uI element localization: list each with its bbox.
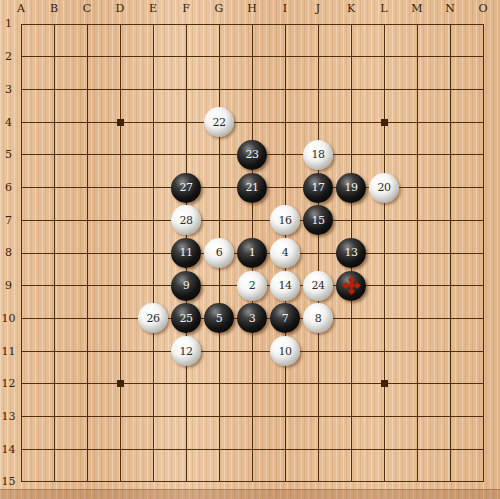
intersection-L6[interactable]: 20 <box>368 171 401 204</box>
intersection-E5[interactable] <box>137 138 170 171</box>
intersection-O9[interactable] <box>467 269 500 302</box>
intersection-B3[interactable] <box>38 73 71 106</box>
intersection-M6[interactable] <box>401 171 434 204</box>
intersection-A7[interactable] <box>5 204 38 237</box>
intersection-K4[interactable] <box>335 106 368 139</box>
intersection-L3[interactable] <box>368 73 401 106</box>
stone-white-26[interactable]: 26 <box>138 303 168 333</box>
intersection-N9[interactable] <box>434 269 467 302</box>
intersection-A1[interactable] <box>5 8 38 41</box>
intersection-O3[interactable] <box>467 73 500 106</box>
intersection-N13[interactable] <box>434 400 467 433</box>
intersection-H11[interactable] <box>236 335 269 368</box>
intersection-H13[interactable] <box>236 400 269 433</box>
move-number: 14 <box>279 280 292 291</box>
stone-black-7[interactable]: 7 <box>270 303 300 333</box>
intersection-E7[interactable] <box>137 204 170 237</box>
intersection-K8[interactable]: 13 <box>335 237 368 270</box>
intersection-G8[interactable]: 6 <box>203 237 236 270</box>
intersection-H2[interactable] <box>236 40 269 73</box>
intersection-I6[interactable] <box>269 171 302 204</box>
intersection-D3[interactable] <box>104 73 137 106</box>
intersection-E11[interactable] <box>137 335 170 368</box>
intersection-J8[interactable] <box>302 237 335 270</box>
move-number: 20 <box>378 182 391 193</box>
intersection-C13[interactable] <box>71 400 104 433</box>
move-number: 19 <box>345 182 358 193</box>
intersection-H6[interactable]: 21 <box>236 171 269 204</box>
intersection-M10[interactable] <box>401 302 434 335</box>
intersection-G1[interactable] <box>203 8 236 41</box>
intersection-F4[interactable] <box>170 106 203 139</box>
intersection-L5[interactable] <box>368 138 401 171</box>
intersection-D7[interactable] <box>104 204 137 237</box>
intersection-E2[interactable] <box>137 40 170 73</box>
intersection-B1[interactable] <box>38 8 71 41</box>
intersection-A9[interactable] <box>5 269 38 302</box>
stone-white-24[interactable]: 24 <box>303 271 333 301</box>
intersection-D8[interactable] <box>104 237 137 270</box>
star-point-L12 <box>381 380 388 387</box>
star-point-D4 <box>117 119 124 126</box>
intersection-L8[interactable] <box>368 237 401 270</box>
intersection-E4[interactable] <box>137 106 170 139</box>
intersection-I12[interactable] <box>269 367 302 400</box>
intersection-H7[interactable] <box>236 204 269 237</box>
intersection-F2[interactable] <box>170 40 203 73</box>
intersection-A14[interactable] <box>5 433 38 466</box>
intersection-J13[interactable] <box>302 400 335 433</box>
stone-white-18[interactable]: 18 <box>303 140 333 170</box>
intersection-O5[interactable] <box>467 138 500 171</box>
intersection-I4[interactable] <box>269 106 302 139</box>
intersection-E13[interactable] <box>137 400 170 433</box>
intersection-E10[interactable]: 26 <box>137 302 170 335</box>
intersection-A6[interactable] <box>5 171 38 204</box>
intersection-M3[interactable] <box>401 73 434 106</box>
intersection-D14[interactable] <box>104 433 137 466</box>
intersection-I10[interactable]: 7 <box>269 302 302 335</box>
intersection-O10[interactable] <box>467 302 500 335</box>
intersection-I2[interactable] <box>269 40 302 73</box>
intersection-I14[interactable] <box>269 433 302 466</box>
intersection-H14[interactable] <box>236 433 269 466</box>
stone-white-12[interactable]: 12 <box>171 336 201 366</box>
intersection-M5[interactable] <box>401 138 434 171</box>
intersection-E3[interactable] <box>137 73 170 106</box>
intersection-H8[interactable]: 1 <box>236 237 269 270</box>
intersection-F10[interactable]: 25 <box>170 302 203 335</box>
intersection-N3[interactable] <box>434 73 467 106</box>
move-number: 18 <box>312 149 325 160</box>
move-number: 13 <box>345 247 358 258</box>
intersection-F7[interactable]: 28 <box>170 204 203 237</box>
intersection-F1[interactable] <box>170 8 203 41</box>
intersection-M13[interactable] <box>401 400 434 433</box>
intersection-A11[interactable] <box>5 335 38 368</box>
intersection-E8[interactable] <box>137 237 170 270</box>
intersection-L14[interactable] <box>368 433 401 466</box>
intersection-B5[interactable] <box>38 138 71 171</box>
intersection-G13[interactable] <box>203 400 236 433</box>
intersection-F13[interactable] <box>170 400 203 433</box>
intersection-J9[interactable]: 24 <box>302 269 335 302</box>
intersection-M14[interactable] <box>401 433 434 466</box>
stone-black-11[interactable]: 11 <box>171 238 201 268</box>
intersection-G14[interactable] <box>203 433 236 466</box>
stone-black-1[interactable]: 1 <box>237 238 267 268</box>
stone-white-2[interactable]: 2 <box>237 271 267 301</box>
stone-black-13[interactable]: 13 <box>336 238 366 268</box>
intersection-D6[interactable] <box>104 171 137 204</box>
intersection-M2[interactable] <box>401 40 434 73</box>
intersection-E14[interactable] <box>137 433 170 466</box>
intersection-L10[interactable] <box>368 302 401 335</box>
intersection-G4[interactable]: 22 <box>203 106 236 139</box>
move-number: 8 <box>315 313 322 324</box>
intersection-D11[interactable] <box>104 335 137 368</box>
intersection-K1[interactable] <box>335 8 368 41</box>
intersection-N14[interactable] <box>434 433 467 466</box>
intersection-C14[interactable] <box>71 433 104 466</box>
intersection-O11[interactable] <box>467 335 500 368</box>
intersection-A4[interactable] <box>5 106 38 139</box>
move-number: 25 <box>180 313 193 324</box>
intersection-G5[interactable] <box>203 138 236 171</box>
intersection-L1[interactable] <box>368 8 401 41</box>
intersection-F12[interactable] <box>170 367 203 400</box>
intersection-O8[interactable] <box>467 237 500 270</box>
stone-white-8[interactable]: 8 <box>303 303 333 333</box>
intersection-K14[interactable] <box>335 433 368 466</box>
intersection-N6[interactable] <box>434 171 467 204</box>
board-bottom-edge <box>0 489 500 499</box>
move-number: 16 <box>279 215 292 226</box>
latest-move-marker <box>347 282 354 289</box>
move-number: 17 <box>312 182 325 193</box>
intersection-A2[interactable] <box>5 40 38 73</box>
intersection-K2[interactable] <box>335 40 368 73</box>
intersection-F8[interactable]: 11 <box>170 237 203 270</box>
move-number: 4 <box>282 247 289 258</box>
move-number: 24 <box>312 280 325 291</box>
intersection-D9[interactable] <box>104 269 137 302</box>
intersection-F6[interactable]: 27 <box>170 171 203 204</box>
intersection-E12[interactable] <box>137 367 170 400</box>
intersection-I9[interactable]: 14 <box>269 269 302 302</box>
intersection-L9[interactable] <box>368 269 401 302</box>
move-number: 5 <box>216 313 223 324</box>
intersection-G7[interactable] <box>203 204 236 237</box>
stone-black-21[interactable]: 21 <box>237 173 267 203</box>
intersection-I7[interactable]: 16 <box>269 204 302 237</box>
intersection-D1[interactable] <box>104 8 137 41</box>
intersection-I3[interactable] <box>269 73 302 106</box>
intersection-M12[interactable] <box>401 367 434 400</box>
move-number: 9 <box>183 280 190 291</box>
intersection-I5[interactable] <box>269 138 302 171</box>
intersection-K3[interactable] <box>335 73 368 106</box>
intersection-H5[interactable]: 23 <box>236 138 269 171</box>
intersection-N2[interactable] <box>434 40 467 73</box>
intersection-C7[interactable] <box>71 204 104 237</box>
intersection-B12[interactable] <box>38 367 71 400</box>
stone-black-27[interactable]: 27 <box>171 173 201 203</box>
intersection-H9[interactable]: 2 <box>236 269 269 302</box>
stone-white-28[interactable]: 28 <box>171 205 201 235</box>
intersection-L11[interactable] <box>368 335 401 368</box>
intersection-G11[interactable] <box>203 335 236 368</box>
move-number: 23 <box>246 149 259 160</box>
intersection-B13[interactable] <box>38 400 71 433</box>
intersection-M4[interactable] <box>401 106 434 139</box>
intersection-E6[interactable] <box>137 171 170 204</box>
intersection-K13[interactable] <box>335 400 368 433</box>
board-grid: 2223182721171920281615116141392142426255… <box>5 8 500 499</box>
move-number: 7 <box>282 313 289 324</box>
intersection-K5[interactable] <box>335 138 368 171</box>
intersection-N8[interactable] <box>434 237 467 270</box>
stone-black-17[interactable]: 17 <box>303 173 333 203</box>
intersection-A5[interactable] <box>5 138 38 171</box>
intersection-H3[interactable] <box>236 73 269 106</box>
intersection-A10[interactable] <box>5 302 38 335</box>
intersection-D12[interactable] <box>104 367 137 400</box>
stone-black-9[interactable]: 9 <box>171 271 201 301</box>
intersection-L12[interactable] <box>368 367 401 400</box>
move-number: 6 <box>216 247 223 258</box>
intersection-G10[interactable]: 5 <box>203 302 236 335</box>
intersection-C6[interactable] <box>71 171 104 204</box>
intersection-I1[interactable] <box>269 8 302 41</box>
intersection-G12[interactable] <box>203 367 236 400</box>
intersection-D10[interactable] <box>104 302 137 335</box>
move-number: 2 <box>249 280 256 291</box>
move-number: 3 <box>249 313 256 324</box>
intersection-C12[interactable] <box>71 367 104 400</box>
stone-white-20[interactable]: 20 <box>369 173 399 203</box>
move-number: 28 <box>180 215 193 226</box>
intersection-J11[interactable] <box>302 335 335 368</box>
intersection-J4[interactable] <box>302 106 335 139</box>
intersection-D2[interactable] <box>104 40 137 73</box>
intersection-D5[interactable] <box>104 138 137 171</box>
move-number: 26 <box>147 313 160 324</box>
intersection-K12[interactable] <box>335 367 368 400</box>
move-number: 27 <box>180 182 193 193</box>
move-number: 22 <box>213 117 226 128</box>
intersection-B14[interactable] <box>38 433 71 466</box>
intersection-D4[interactable] <box>104 106 137 139</box>
intersection-M7[interactable] <box>401 204 434 237</box>
intersection-G6[interactable] <box>203 171 236 204</box>
intersection-L4[interactable] <box>368 106 401 139</box>
stone-black-15[interactable]: 15 <box>303 205 333 235</box>
stone-black-marked[interactable] <box>336 271 366 301</box>
stone-white-16[interactable]: 16 <box>270 205 300 235</box>
intersection-J14[interactable] <box>302 433 335 466</box>
intersection-C8[interactable] <box>71 237 104 270</box>
intersection-D13[interactable] <box>104 400 137 433</box>
intersection-F3[interactable] <box>170 73 203 106</box>
intersection-N10[interactable] <box>434 302 467 335</box>
intersection-B4[interactable] <box>38 106 71 139</box>
star-point-D12 <box>117 380 124 387</box>
intersection-F11[interactable]: 12 <box>170 335 203 368</box>
intersection-J3[interactable] <box>302 73 335 106</box>
intersection-B6[interactable] <box>38 171 71 204</box>
intersection-B8[interactable] <box>38 237 71 270</box>
intersection-C10[interactable] <box>71 302 104 335</box>
intersection-G2[interactable] <box>203 40 236 73</box>
intersection-J12[interactable] <box>302 367 335 400</box>
intersection-C2[interactable] <box>71 40 104 73</box>
intersection-B11[interactable] <box>38 335 71 368</box>
intersection-A3[interactable] <box>5 73 38 106</box>
intersection-C4[interactable] <box>71 106 104 139</box>
intersection-N11[interactable] <box>434 335 467 368</box>
intersection-J6[interactable]: 17 <box>302 171 335 204</box>
intersection-I8[interactable]: 4 <box>269 237 302 270</box>
stone-white-4[interactable]: 4 <box>270 238 300 268</box>
intersection-G9[interactable] <box>203 269 236 302</box>
stone-white-14[interactable]: 14 <box>270 271 300 301</box>
intersection-H12[interactable] <box>236 367 269 400</box>
intersection-J10[interactable]: 8 <box>302 302 335 335</box>
intersection-N12[interactable] <box>434 367 467 400</box>
intersection-A8[interactable] <box>5 237 38 270</box>
stone-black-5[interactable]: 5 <box>204 303 234 333</box>
stone-white-10[interactable]: 10 <box>270 336 300 366</box>
intersection-O12[interactable] <box>467 367 500 400</box>
intersection-E1[interactable] <box>137 8 170 41</box>
move-number: 15 <box>312 215 325 226</box>
intersection-L2[interactable] <box>368 40 401 73</box>
intersection-L7[interactable] <box>368 204 401 237</box>
intersection-F9[interactable]: 9 <box>170 269 203 302</box>
move-number: 11 <box>180 247 193 258</box>
intersection-O4[interactable] <box>467 106 500 139</box>
intersection-A13[interactable] <box>5 400 38 433</box>
go-board-screenshot: ABCDEFGHIJKLMNO 123456789101112131415 22… <box>0 0 500 499</box>
stone-black-19[interactable]: 19 <box>336 173 366 203</box>
intersection-H1[interactable] <box>236 8 269 41</box>
intersection-K11[interactable] <box>335 335 368 368</box>
intersection-N5[interactable] <box>434 138 467 171</box>
intersection-C9[interactable] <box>71 269 104 302</box>
intersection-B9[interactable] <box>38 269 71 302</box>
intersection-C5[interactable] <box>71 138 104 171</box>
intersection-L13[interactable] <box>368 400 401 433</box>
intersection-C3[interactable] <box>71 73 104 106</box>
intersection-B2[interactable] <box>38 40 71 73</box>
intersection-B10[interactable] <box>38 302 71 335</box>
intersection-B7[interactable] <box>38 204 71 237</box>
stone-white-22[interactable]: 22 <box>204 107 234 137</box>
intersection-J2[interactable] <box>302 40 335 73</box>
intersection-E9[interactable] <box>137 269 170 302</box>
intersection-M8[interactable] <box>401 237 434 270</box>
intersection-J7[interactable]: 15 <box>302 204 335 237</box>
stone-black-25[interactable]: 25 <box>171 303 201 333</box>
intersection-O13[interactable] <box>467 400 500 433</box>
intersection-K9[interactable] <box>335 269 368 302</box>
intersection-I13[interactable] <box>269 400 302 433</box>
star-point-L4 <box>381 119 388 126</box>
move-number: 10 <box>279 346 292 357</box>
intersection-J1[interactable] <box>302 8 335 41</box>
intersection-K6[interactable]: 19 <box>335 171 368 204</box>
intersection-J5[interactable]: 18 <box>302 138 335 171</box>
intersection-F5[interactable] <box>170 138 203 171</box>
intersection-O7[interactable] <box>467 204 500 237</box>
intersection-G3[interactable] <box>203 73 236 106</box>
intersection-N4[interactable] <box>434 106 467 139</box>
intersection-O1[interactable] <box>467 8 500 41</box>
intersection-O14[interactable] <box>467 433 500 466</box>
intersection-N1[interactable] <box>434 8 467 41</box>
stone-black-23[interactable]: 23 <box>237 140 267 170</box>
move-number: 12 <box>180 346 193 357</box>
intersection-A12[interactable] <box>5 367 38 400</box>
intersection-K7[interactable] <box>335 204 368 237</box>
intersection-O2[interactable] <box>467 40 500 73</box>
stone-white-6[interactable]: 6 <box>204 238 234 268</box>
move-number: 21 <box>246 182 259 193</box>
intersection-N7[interactable] <box>434 204 467 237</box>
intersection-I11[interactable]: 10 <box>269 335 302 368</box>
intersection-M11[interactable] <box>401 335 434 368</box>
intersection-C11[interactable] <box>71 335 104 368</box>
stone-black-3[interactable]: 3 <box>237 303 267 333</box>
intersection-H10[interactable]: 3 <box>236 302 269 335</box>
intersection-H4[interactable] <box>236 106 269 139</box>
intersection-M9[interactable] <box>401 269 434 302</box>
intersection-M1[interactable] <box>401 8 434 41</box>
intersection-F14[interactable] <box>170 433 203 466</box>
move-number: 1 <box>249 247 256 258</box>
intersection-C1[interactable] <box>71 8 104 41</box>
intersection-K10[interactable] <box>335 302 368 335</box>
intersection-O6[interactable] <box>467 171 500 204</box>
